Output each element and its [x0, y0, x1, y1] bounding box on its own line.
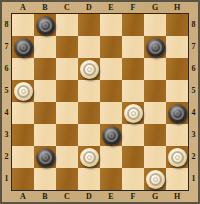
rank-labels-right: 87654321 — [189, 14, 198, 190]
file-label-c: C — [56, 191, 78, 202]
square-g7[interactable] — [144, 36, 166, 58]
square-a5[interactable] — [12, 80, 34, 102]
rank-label-2: 2 — [2, 146, 11, 168]
square-d1[interactable] — [78, 168, 100, 190]
rank-labels-left: 87654321 — [2, 14, 11, 190]
file-label-b: B — [34, 191, 56, 202]
square-a7[interactable] — [12, 36, 34, 58]
checker-piece-white-d6[interactable] — [80, 60, 99, 79]
square-h1[interactable] — [166, 168, 188, 190]
file-label-g: G — [144, 191, 166, 202]
square-e3[interactable] — [100, 124, 122, 146]
rank-label-5: 5 — [2, 80, 11, 102]
rank-label-1: 1 — [2, 168, 11, 190]
square-f4[interactable] — [122, 102, 144, 124]
square-f1[interactable] — [122, 168, 144, 190]
square-a2[interactable] — [12, 146, 34, 168]
rank-label-8: 8 — [2, 14, 11, 36]
square-h7[interactable] — [166, 36, 188, 58]
checker-piece-white-f4[interactable] — [124, 104, 143, 123]
checker-piece-black-h4[interactable] — [168, 104, 187, 123]
square-e8[interactable] — [100, 14, 122, 36]
square-b3[interactable] — [34, 124, 56, 146]
square-f8[interactable] — [122, 14, 144, 36]
square-d8[interactable] — [78, 14, 100, 36]
square-b4[interactable] — [34, 102, 56, 124]
square-c8[interactable] — [56, 14, 78, 36]
square-e1[interactable] — [100, 168, 122, 190]
square-c2[interactable] — [56, 146, 78, 168]
file-label-c: C — [56, 2, 78, 13]
board — [11, 13, 189, 191]
file-labels-bottom: ABCDEFGH — [12, 191, 188, 202]
square-e2[interactable] — [100, 146, 122, 168]
square-d6[interactable] — [78, 58, 100, 80]
square-e5[interactable] — [100, 80, 122, 102]
file-label-d: D — [78, 191, 100, 202]
file-label-h: H — [166, 2, 188, 13]
checker-piece-black-a7[interactable] — [14, 38, 33, 57]
rank-label-3: 3 — [2, 124, 11, 146]
square-f7[interactable] — [122, 36, 144, 58]
square-b5[interactable] — [34, 80, 56, 102]
file-label-a: A — [12, 2, 34, 13]
checkers-board-frame: ABCDEFGH ABCDEFGH 87654321 87654321 — [0, 0, 200, 204]
square-g2[interactable] — [144, 146, 166, 168]
file-label-a: A — [12, 191, 34, 202]
rank-label-8: 8 — [189, 14, 198, 36]
square-d7[interactable] — [78, 36, 100, 58]
file-label-f: F — [122, 2, 144, 13]
square-a6[interactable] — [12, 58, 34, 80]
square-g5[interactable] — [144, 80, 166, 102]
square-f2[interactable] — [122, 146, 144, 168]
rank-label-2: 2 — [189, 146, 198, 168]
square-c3[interactable] — [56, 124, 78, 146]
rank-label-4: 4 — [2, 102, 11, 124]
rank-label-1: 1 — [189, 168, 198, 190]
file-label-h: H — [166, 191, 188, 202]
checker-piece-black-g7[interactable] — [146, 38, 165, 57]
square-h3[interactable] — [166, 124, 188, 146]
square-d5[interactable] — [78, 80, 100, 102]
rank-label-6: 6 — [2, 58, 11, 80]
checker-piece-white-a5[interactable] — [14, 82, 33, 101]
square-c5[interactable] — [56, 80, 78, 102]
square-b8[interactable] — [34, 14, 56, 36]
square-c7[interactable] — [56, 36, 78, 58]
square-g1[interactable] — [144, 168, 166, 190]
checker-piece-black-e3[interactable] — [102, 126, 121, 145]
square-a8[interactable] — [12, 14, 34, 36]
square-g3[interactable] — [144, 124, 166, 146]
square-f3[interactable] — [122, 124, 144, 146]
square-c6[interactable] — [56, 58, 78, 80]
rank-label-7: 7 — [2, 36, 11, 58]
file-labels-top: ABCDEFGH — [12, 2, 188, 13]
file-label-e: E — [100, 191, 122, 202]
square-d4[interactable] — [78, 102, 100, 124]
checker-piece-black-b8[interactable] — [36, 16, 55, 35]
square-h2[interactable] — [166, 146, 188, 168]
checker-piece-white-g1[interactable] — [146, 170, 165, 189]
rank-label-6: 6 — [189, 58, 198, 80]
square-e6[interactable] — [100, 58, 122, 80]
square-b7[interactable] — [34, 36, 56, 58]
rank-label-5: 5 — [189, 80, 198, 102]
file-label-f: F — [122, 191, 144, 202]
checker-piece-black-b2[interactable] — [36, 148, 55, 167]
square-e7[interactable] — [100, 36, 122, 58]
square-f6[interactable] — [122, 58, 144, 80]
file-label-g: G — [144, 2, 166, 13]
rank-label-4: 4 — [189, 102, 198, 124]
square-a4[interactable] — [12, 102, 34, 124]
square-c1[interactable] — [56, 168, 78, 190]
square-g4[interactable] — [144, 102, 166, 124]
file-label-e: E — [100, 2, 122, 13]
checker-piece-white-d2[interactable] — [80, 148, 99, 167]
square-e4[interactable] — [100, 102, 122, 124]
square-a1[interactable] — [12, 168, 34, 190]
square-h4[interactable] — [166, 102, 188, 124]
square-b6[interactable] — [34, 58, 56, 80]
square-g6[interactable] — [144, 58, 166, 80]
square-d3[interactable] — [78, 124, 100, 146]
file-label-b: B — [34, 2, 56, 13]
square-b1[interactable] — [34, 168, 56, 190]
square-d2[interactable] — [78, 146, 100, 168]
file-label-d: D — [78, 2, 100, 13]
rank-label-3: 3 — [189, 124, 198, 146]
square-h8[interactable] — [166, 14, 188, 36]
square-h5[interactable] — [166, 80, 188, 102]
square-f5[interactable] — [122, 80, 144, 102]
checker-piece-white-h2[interactable] — [168, 148, 187, 167]
rank-label-7: 7 — [189, 36, 198, 58]
square-a3[interactable] — [12, 124, 34, 146]
square-b2[interactable] — [34, 146, 56, 168]
square-g8[interactable] — [144, 14, 166, 36]
square-c4[interactable] — [56, 102, 78, 124]
square-h6[interactable] — [166, 58, 188, 80]
